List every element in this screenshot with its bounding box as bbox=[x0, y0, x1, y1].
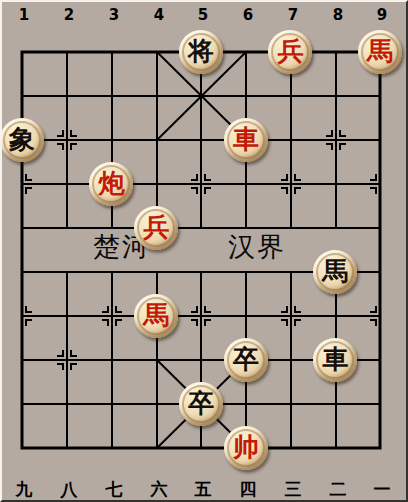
piece-char: 馬 bbox=[322, 259, 348, 285]
piece-black-soldier[interactable]: 卒 bbox=[224, 338, 268, 382]
bottom-label-3: 七 bbox=[106, 478, 123, 501]
top-label-1: 1 bbox=[19, 6, 29, 24]
piece-black-soldier[interactable]: 卒 bbox=[179, 382, 223, 426]
bottom-label-2: 八 bbox=[61, 478, 78, 501]
top-label-5: 5 bbox=[198, 6, 208, 24]
piece-char: 車 bbox=[322, 347, 348, 373]
piece-char: 炮 bbox=[98, 171, 124, 197]
piece-char: 車 bbox=[233, 127, 259, 153]
piece-black-general[interactable]: 将 bbox=[179, 30, 223, 74]
piece-char: 象 bbox=[9, 127, 35, 153]
piece-char: 卒 bbox=[188, 391, 214, 417]
piece-char: 帅 bbox=[233, 435, 259, 461]
piece-red-soldier[interactable]: 兵 bbox=[134, 206, 178, 250]
piece-char: 兵 bbox=[277, 39, 303, 65]
piece-red-horse[interactable]: 馬 bbox=[134, 294, 178, 338]
piece-char: 将 bbox=[188, 39, 214, 65]
piece-red-chariot[interactable]: 車 bbox=[224, 118, 268, 162]
bottom-label-9: 一 bbox=[374, 478, 391, 501]
top-label-7: 7 bbox=[288, 6, 298, 24]
piece-black-horse[interactable]: 馬 bbox=[313, 250, 357, 294]
piece-red-soldier[interactable]: 兵 bbox=[268, 30, 312, 74]
piece-red-cannon[interactable]: 炮 bbox=[89, 162, 133, 206]
top-label-4: 4 bbox=[154, 6, 164, 24]
top-label-2: 2 bbox=[64, 6, 74, 24]
piece-red-horse[interactable]: 馬 bbox=[358, 30, 402, 74]
bottom-label-1: 九 bbox=[16, 478, 33, 501]
bottom-label-8: 二 bbox=[330, 478, 347, 501]
piece-char: 馬 bbox=[143, 303, 169, 329]
piece-black-elephant[interactable]: 象 bbox=[0, 118, 44, 162]
board-grid[interactable]: 将兵馬象車炮兵馬馬卒車卒帅 bbox=[0, 30, 402, 470]
bottom-label-6: 四 bbox=[240, 478, 257, 501]
bottom-label-4: 六 bbox=[151, 478, 168, 501]
top-label-3: 3 bbox=[109, 6, 119, 24]
bottom-label-7: 三 bbox=[285, 478, 302, 501]
top-label-9: 9 bbox=[377, 6, 387, 24]
top-label-6: 6 bbox=[243, 6, 253, 24]
top-label-8: 8 bbox=[333, 6, 343, 24]
piece-black-chariot[interactable]: 車 bbox=[313, 338, 357, 382]
piece-char: 馬 bbox=[367, 39, 393, 65]
piece-char: 卒 bbox=[233, 347, 259, 373]
piece-char: 兵 bbox=[143, 215, 169, 241]
bottom-label-5: 五 bbox=[195, 478, 212, 501]
xiangqi-board-panel: 123456789 九八七六五四三二一 楚河 汉界 将兵馬象車炮兵馬馬卒車卒帅 bbox=[0, 0, 408, 502]
piece-red-general[interactable]: 帅 bbox=[224, 426, 268, 470]
